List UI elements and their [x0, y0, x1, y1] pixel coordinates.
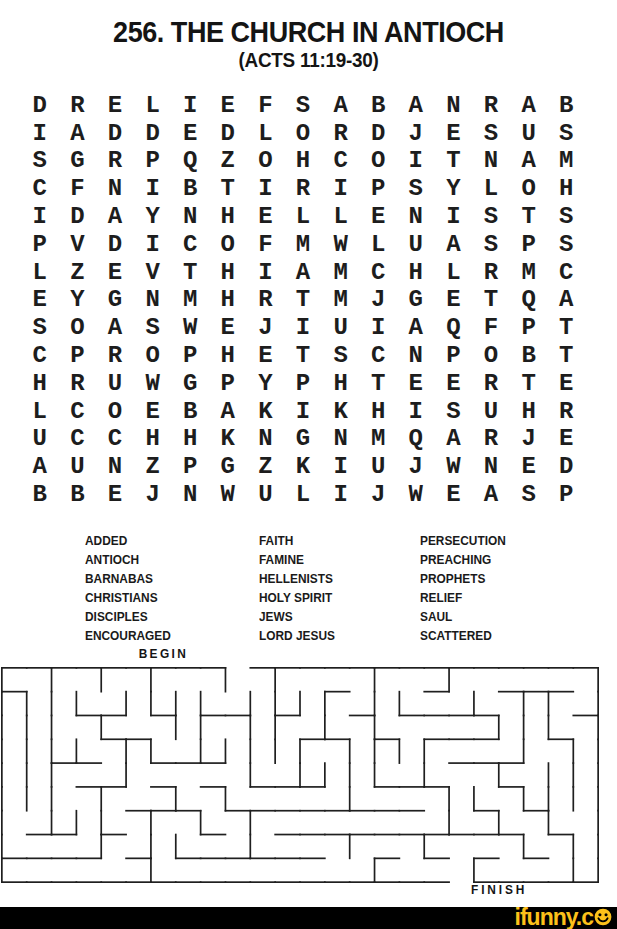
- grid-cell-r9c12: Q: [435, 314, 473, 342]
- word-item: BARNABAS: [85, 569, 171, 588]
- grid-cell-r6c13: S: [472, 231, 510, 259]
- grid-cell-r5c4: Y: [134, 203, 172, 231]
- grid-cell-r9c4: S: [134, 314, 172, 342]
- grid-cell-r15c9: I: [322, 481, 360, 509]
- grid-cell-r11c1: H: [21, 370, 59, 398]
- grid-cell-r12c13: U: [472, 398, 510, 426]
- word-item: ENCOURAGED: [85, 626, 171, 645]
- grid-cell-r3c13: N: [472, 148, 510, 176]
- grid-cell-r8c2: Y: [59, 287, 97, 315]
- word-item: PERSECUTION: [420, 531, 506, 550]
- grid-cell-r8c3: G: [96, 287, 134, 315]
- grid-cell-r2c10: D: [359, 120, 397, 148]
- grid-cell-r10c11: N: [397, 342, 435, 370]
- grid-cell-r9c5: W: [171, 314, 209, 342]
- maze-begin-label: BEGIN: [133, 647, 194, 661]
- grid-cell-r11c13: R: [472, 370, 510, 398]
- grid-cell-r6c9: W: [322, 231, 360, 259]
- grid-cell-r7c6: H: [209, 259, 247, 287]
- word-item: HELLENISTS: [259, 569, 335, 588]
- word-item: PREACHING: [420, 550, 506, 569]
- grid-cell-r7c11: H: [397, 259, 435, 287]
- grid-cell-r7c10: C: [359, 259, 397, 287]
- grid-cell-r11c4: W: [134, 370, 172, 398]
- grid-cell-r4c9: I: [322, 175, 360, 203]
- grid-cell-r10c15: T: [547, 342, 585, 370]
- grid-cell-r11c10: T: [359, 370, 397, 398]
- page: 256. THE CHURCH IN ANTIOCH (ACTS 11:19-3…: [0, 0, 617, 929]
- grid-cell-r2c15: S: [547, 120, 585, 148]
- grid-cell-r6c4: I: [134, 231, 172, 259]
- grid-cell-r13c2: C: [59, 426, 97, 454]
- grid-cell-r6c6: O: [209, 231, 247, 259]
- grid-cell-r4c2: F: [59, 175, 97, 203]
- grid-cell-r15c14: S: [510, 481, 548, 509]
- grid-cell-r8c12: E: [435, 287, 473, 315]
- grid-cell-r2c13: S: [472, 120, 510, 148]
- grid-cell-r1c10: B: [359, 92, 397, 120]
- grid-cell-r13c14: J: [510, 426, 548, 454]
- grid-cell-r10c4: O: [134, 342, 172, 370]
- grid-cell-r4c12: Y: [435, 175, 473, 203]
- grid-cell-r10c8: T: [284, 342, 322, 370]
- word-item: FAMINE: [259, 550, 335, 569]
- grid-cell-r11c11: E: [397, 370, 435, 398]
- grid-cell-r15c10: J: [359, 481, 397, 509]
- grid-cell-r10c3: R: [96, 342, 134, 370]
- grid-cell-r15c15: P: [547, 481, 585, 509]
- grid-cell-r14c8: K: [284, 453, 322, 481]
- grid-cell-r11c8: P: [284, 370, 322, 398]
- grid-cell-r5c13: S: [472, 203, 510, 231]
- grid-cell-r15c4: J: [134, 481, 172, 509]
- grid-cell-r9c10: I: [359, 314, 397, 342]
- grid-cell-r4c15: H: [547, 175, 585, 203]
- grid-cell-r1c11: A: [397, 92, 435, 120]
- grid-cell-r8c7: R: [247, 287, 285, 315]
- grid-cell-r2c14: U: [510, 120, 548, 148]
- grid-cell-r1c8: S: [284, 92, 322, 120]
- grid-cell-r1c3: E: [96, 92, 134, 120]
- grid-cell-r10c14: B: [510, 342, 548, 370]
- grid-cell-r2c8: O: [284, 120, 322, 148]
- grid-cell-r3c12: T: [435, 148, 473, 176]
- grid-cell-r14c10: U: [359, 453, 397, 481]
- grid-cell-r9c9: U: [322, 314, 360, 342]
- grid-cell-r9c1: S: [21, 314, 59, 342]
- grid-cell-r2c6: D: [209, 120, 247, 148]
- grid-cell-r11c12: E: [435, 370, 473, 398]
- grid-cell-r4c11: S: [397, 175, 435, 203]
- grid-cell-r5c8: L: [284, 203, 322, 231]
- grid-cell-r12c3: O: [96, 398, 134, 426]
- grid-cell-r8c8: T: [284, 287, 322, 315]
- word-item: PROPHETS: [420, 569, 506, 588]
- grid-cell-r4c8: R: [284, 175, 322, 203]
- grid-cell-r14c9: I: [322, 453, 360, 481]
- grid-cell-r12c1: L: [21, 398, 59, 426]
- grid-cell-r9c8: I: [284, 314, 322, 342]
- grid-cell-r9c14: P: [510, 314, 548, 342]
- grid-cell-r6c12: A: [435, 231, 473, 259]
- grid-cell-r12c9: K: [322, 398, 360, 426]
- grid-cell-r1c1: D: [21, 92, 59, 120]
- grid-cell-r1c6: E: [209, 92, 247, 120]
- word-item: ANTIOCH: [85, 550, 171, 569]
- grid-cell-r8c15: A: [547, 287, 585, 315]
- grid-cell-r11c3: U: [96, 370, 134, 398]
- grid-cell-r6c14: P: [510, 231, 548, 259]
- grid-cell-r14c4: Z: [134, 453, 172, 481]
- grid-cell-r5c15: S: [547, 203, 585, 231]
- grid-cell-r4c5: B: [171, 175, 209, 203]
- grid-cell-r7c14: M: [510, 259, 548, 287]
- smiley-icon: [594, 908, 612, 926]
- grid-cell-r2c2: A: [59, 120, 97, 148]
- grid-cell-r12c4: E: [134, 398, 172, 426]
- grid-cell-r3c15: M: [547, 148, 585, 176]
- grid-cell-r14c6: G: [209, 453, 247, 481]
- puzzle-subtitle: (ACTS 11:19-30): [31, 48, 586, 72]
- grid-cell-r2c1: I: [21, 120, 59, 148]
- grid-cell-r5c6: H: [209, 203, 247, 231]
- grid-cell-r3c11: I: [397, 148, 435, 176]
- grid-cell-r6c11: U: [397, 231, 435, 259]
- grid-cell-r13c15: E: [547, 426, 585, 454]
- grid-cell-r15c5: N: [171, 481, 209, 509]
- grid-cell-r12c15: R: [547, 398, 585, 426]
- puzzle-title: 256. THE CHURCH IN ANTIOCH: [31, 16, 586, 48]
- grid-cell-r8c6: H: [209, 287, 247, 315]
- grid-cell-r14c11: J: [397, 453, 435, 481]
- grid-cell-r2c5: E: [171, 120, 209, 148]
- grid-cell-r9c7: J: [247, 314, 285, 342]
- grid-cell-r8c5: M: [171, 287, 209, 315]
- grid-cell-r5c10: E: [359, 203, 397, 231]
- grid-cell-r15c8: L: [284, 481, 322, 509]
- grid-cell-r15c11: W: [397, 481, 435, 509]
- grid-cell-r14c2: U: [59, 453, 97, 481]
- grid-cell-r14c12: W: [435, 453, 473, 481]
- grid-cell-r6c1: P: [21, 231, 59, 259]
- word-list-column-2: FAITHFAMINEHELLENISTSHOLY SPIRITJEWSLORD…: [259, 531, 335, 645]
- grid-cell-r4c14: O: [510, 175, 548, 203]
- grid-cell-r7c9: M: [322, 259, 360, 287]
- grid-cell-r1c9: A: [322, 92, 360, 120]
- grid-cell-r10c12: P: [435, 342, 473, 370]
- grid-cell-r13c6: K: [209, 426, 247, 454]
- grid-cell-r2c7: L: [247, 120, 285, 148]
- grid-cell-r7c4: V: [134, 259, 172, 287]
- word-item: RELIEF: [420, 588, 506, 607]
- word-item: SCATTERED: [420, 626, 506, 645]
- grid-cell-r11c6: P: [209, 370, 247, 398]
- word-item: DISCIPLES: [85, 607, 171, 626]
- grid-cell-r8c13: T: [472, 287, 510, 315]
- grid-cell-r13c1: U: [21, 426, 59, 454]
- grid-cell-r2c11: J: [397, 120, 435, 148]
- grid-cell-r15c13: A: [472, 481, 510, 509]
- grid-cell-r7c2: Z: [59, 259, 97, 287]
- grid-cell-r5c11: N: [397, 203, 435, 231]
- grid-cell-r5c2: D: [59, 203, 97, 231]
- grid-cell-r6c5: C: [171, 231, 209, 259]
- grid-cell-r13c11: Q: [397, 426, 435, 454]
- grid-cell-r8c1: E: [21, 287, 59, 315]
- grid-cell-r10c1: C: [21, 342, 59, 370]
- grid-cell-r1c12: N: [435, 92, 473, 120]
- word-item: HOLY SPIRIT: [259, 588, 335, 607]
- grid-cell-r1c4: L: [134, 92, 172, 120]
- grid-cell-r9c11: A: [397, 314, 435, 342]
- grid-cell-r10c6: H: [209, 342, 247, 370]
- grid-cell-r10c2: P: [59, 342, 97, 370]
- grid-cell-r10c13: O: [472, 342, 510, 370]
- word-item: CHRISTIANS: [85, 588, 171, 607]
- grid-cell-r1c15: B: [547, 92, 585, 120]
- grid-cell-r12c12: S: [435, 398, 473, 426]
- grid-cell-r15c7: U: [247, 481, 285, 509]
- grid-cell-r4c3: N: [96, 175, 134, 203]
- grid-cell-r13c13: R: [472, 426, 510, 454]
- grid-cell-r7c7: I: [247, 259, 285, 287]
- grid-cell-r15c1: B: [21, 481, 59, 509]
- word-list-column-1: ADDEDANTIOCHBARNABASCHRISTIANSDISCIPLESE…: [85, 531, 171, 645]
- grid-cell-r5c14: T: [510, 203, 548, 231]
- grid-cell-r3c3: R: [96, 148, 134, 176]
- grid-cell-r3c9: C: [322, 148, 360, 176]
- grid-cell-r5c1: I: [21, 203, 59, 231]
- grid-cell-r12c10: H: [359, 398, 397, 426]
- grid-cell-r1c2: R: [59, 92, 97, 120]
- grid-cell-r15c6: W: [209, 481, 247, 509]
- word-item: LORD JESUS: [259, 626, 335, 645]
- grid-cell-r1c14: A: [510, 92, 548, 120]
- grid-cell-r6c15: S: [547, 231, 585, 259]
- grid-cell-r7c15: C: [547, 259, 585, 287]
- grid-cell-r14c1: A: [21, 453, 59, 481]
- word-item: JEWS: [259, 607, 335, 626]
- grid-cell-r13c4: H: [134, 426, 172, 454]
- grid-cell-r13c10: M: [359, 426, 397, 454]
- grid-cell-r14c15: D: [547, 453, 585, 481]
- grid-cell-r3c2: G: [59, 148, 97, 176]
- grid-cell-r11c14: T: [510, 370, 548, 398]
- word-item: SAUL: [420, 607, 506, 626]
- grid-cell-r3c8: H: [284, 148, 322, 176]
- grid-cell-r14c7: Z: [247, 453, 285, 481]
- grid-cell-r5c5: N: [171, 203, 209, 231]
- grid-cell-r12c2: C: [59, 398, 97, 426]
- grid-cell-r12c8: I: [284, 398, 322, 426]
- grid-cell-r14c5: P: [171, 453, 209, 481]
- grid-cell-r6c10: L: [359, 231, 397, 259]
- grid-cell-r10c9: S: [322, 342, 360, 370]
- grid-cell-r9c3: A: [96, 314, 134, 342]
- grid-cell-r8c9: M: [322, 287, 360, 315]
- grid-cell-r11c15: E: [547, 370, 585, 398]
- grid-cell-r3c7: O: [247, 148, 285, 176]
- watermark-text: ifunny.c: [515, 906, 593, 929]
- grid-cell-r9c15: T: [547, 314, 585, 342]
- grid-cell-r11c2: R: [59, 370, 97, 398]
- maze-finish-label: FINISH: [463, 883, 535, 897]
- grid-cell-r2c3: D: [96, 120, 134, 148]
- grid-cell-r4c7: I: [247, 175, 285, 203]
- grid-cell-r6c3: D: [96, 231, 134, 259]
- grid-cell-r6c2: V: [59, 231, 97, 259]
- grid-cell-r6c7: F: [247, 231, 285, 259]
- grid-cell-r1c13: R: [472, 92, 510, 120]
- grid-cell-r8c14: Q: [510, 287, 548, 315]
- grid-cell-r4c6: T: [209, 175, 247, 203]
- grid-cell-r3c1: S: [21, 148, 59, 176]
- grid-cell-r2c9: R: [322, 120, 360, 148]
- grid-cell-r14c3: N: [96, 453, 134, 481]
- grid-cell-r3c5: Q: [171, 148, 209, 176]
- grid-cell-r7c12: L: [435, 259, 473, 287]
- grid-cell-r13c12: A: [435, 426, 473, 454]
- word-search-grid: DRELIEFSABANRABIADDEDLORDJESUSSGRPQZOHCO…: [21, 92, 585, 509]
- grid-cell-r3c10: O: [359, 148, 397, 176]
- grid-cell-r12c14: H: [510, 398, 548, 426]
- grid-cell-r9c2: O: [59, 314, 97, 342]
- grid-cell-r7c1: L: [21, 259, 59, 287]
- grid-cell-r10c7: E: [247, 342, 285, 370]
- grid-cell-r7c13: R: [472, 259, 510, 287]
- word-item: FAITH: [259, 531, 335, 550]
- grid-cell-r13c3: C: [96, 426, 134, 454]
- grid-cell-r15c2: B: [59, 481, 97, 509]
- grid-cell-r8c10: J: [359, 287, 397, 315]
- grid-cell-r13c9: N: [322, 426, 360, 454]
- grid-cell-r8c4: N: [134, 287, 172, 315]
- grid-cell-r5c9: L: [322, 203, 360, 231]
- grid-cell-r6c8: M: [284, 231, 322, 259]
- grid-cell-r2c12: E: [435, 120, 473, 148]
- grid-cell-r11c9: H: [322, 370, 360, 398]
- grid-cell-r5c12: I: [435, 203, 473, 231]
- grid-cell-r4c13: L: [472, 175, 510, 203]
- grid-cell-r4c10: P: [359, 175, 397, 203]
- maze: [1, 667, 599, 883]
- grid-cell-r15c3: E: [96, 481, 134, 509]
- grid-cell-r7c8: A: [284, 259, 322, 287]
- grid-cell-r14c14: E: [510, 453, 548, 481]
- grid-cell-r11c7: Y: [247, 370, 285, 398]
- grid-cell-r1c5: I: [171, 92, 209, 120]
- grid-cell-r13c8: G: [284, 426, 322, 454]
- grid-cell-r13c5: H: [171, 426, 209, 454]
- grid-cell-r1c7: F: [247, 92, 285, 120]
- grid-cell-r7c3: E: [96, 259, 134, 287]
- grid-cell-r3c14: A: [510, 148, 548, 176]
- grid-cell-r10c5: P: [171, 342, 209, 370]
- grid-cell-r11c5: G: [171, 370, 209, 398]
- grid-cell-r3c6: Z: [209, 148, 247, 176]
- grid-cell-r12c5: B: [171, 398, 209, 426]
- grid-cell-r7c5: T: [171, 259, 209, 287]
- grid-cell-r9c13: F: [472, 314, 510, 342]
- grid-cell-r5c3: A: [96, 203, 134, 231]
- grid-cell-r9c6: E: [209, 314, 247, 342]
- grid-cell-r3c4: P: [134, 148, 172, 176]
- grid-cell-r4c1: C: [21, 175, 59, 203]
- grid-cell-r12c7: K: [247, 398, 285, 426]
- grid-cell-r8c11: G: [397, 287, 435, 315]
- grid-cell-r4c4: I: [134, 175, 172, 203]
- grid-cell-r14c13: N: [472, 453, 510, 481]
- grid-cell-r13c7: N: [247, 426, 285, 454]
- grid-cell-r12c11: I: [397, 398, 435, 426]
- word-item: ADDED: [85, 531, 171, 550]
- grid-cell-r12c6: A: [209, 398, 247, 426]
- grid-cell-r2c4: D: [134, 120, 172, 148]
- watermark-bar: ifunny.c: [0, 907, 617, 929]
- word-list-column-3: PERSECUTIONPREACHINGPROPHETSRELIEFSAULSC…: [420, 531, 506, 645]
- grid-cell-r5c7: E: [247, 203, 285, 231]
- grid-cell-r15c12: E: [435, 481, 473, 509]
- grid-cell-r10c10: C: [359, 342, 397, 370]
